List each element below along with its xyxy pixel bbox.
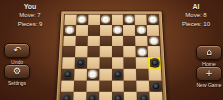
player-move-count-ai: Move: 8	[171, 11, 221, 20]
board-grid	[59, 14, 164, 100]
board-square[interactable]	[112, 92, 125, 100]
player-move-count-you: Move: 7	[6, 11, 54, 20]
board-square	[136, 57, 149, 68]
black-piece[interactable]	[138, 93, 148, 100]
new-game-button-label: New Game	[194, 82, 223, 88]
white-piece[interactable]	[113, 26, 122, 34]
board-square[interactable]	[64, 25, 76, 36]
board-square	[149, 92, 162, 100]
home-icon: ⌂	[206, 48, 212, 57]
game-stage: You Move: 7 Pieces: 9 AI Move: 8 Pieces:…	[0, 0, 223, 100]
board-square	[124, 46, 136, 57]
board-square[interactable]	[149, 80, 162, 92]
board-square	[99, 46, 111, 57]
board-square[interactable]	[63, 46, 76, 57]
board-square	[147, 25, 159, 36]
settings-button-label: Settings	[2, 80, 32, 86]
board-square	[137, 80, 150, 92]
board-square	[88, 15, 100, 25]
player-name-ai: AI	[171, 2, 221, 11]
board-square	[100, 25, 112, 36]
white-piece[interactable]	[65, 26, 75, 34]
board-square[interactable]	[123, 15, 135, 25]
player-piece-count-ai: Pieces: 10	[171, 20, 221, 29]
black-piece[interactable]	[63, 70, 73, 79]
board-square[interactable]	[61, 69, 74, 81]
settings-button-group: ⚙ Settings	[2, 64, 32, 86]
board-square[interactable]	[135, 25, 147, 36]
board-square[interactable]	[99, 57, 111, 68]
board-square	[74, 69, 87, 81]
board-square	[135, 15, 147, 25]
plus-icon: +	[205, 69, 213, 78]
board-square[interactable]	[123, 35, 135, 46]
white-piece[interactable]	[136, 26, 145, 34]
undo-icon: ↶	[13, 46, 21, 55]
board-square	[73, 92, 86, 100]
board-square[interactable]	[112, 69, 125, 81]
board-square[interactable]	[148, 57, 161, 68]
board-square[interactable]	[124, 80, 137, 92]
black-piece[interactable]	[113, 93, 123, 100]
player-name-you: You	[6, 2, 54, 11]
board-frame	[55, 11, 168, 100]
board-square	[99, 69, 112, 81]
white-piece[interactable]	[148, 16, 157, 24]
white-piece[interactable]	[137, 47, 147, 56]
board-square	[124, 92, 137, 100]
player-piece-count-you: Pieces: 9	[6, 20, 54, 29]
board-square	[87, 35, 99, 46]
board-square[interactable]	[87, 46, 99, 57]
board-square	[75, 46, 87, 57]
white-piece[interactable]	[88, 70, 98, 79]
board-square[interactable]	[146, 15, 158, 25]
white-piece[interactable]	[101, 16, 110, 24]
board-square[interactable]	[99, 80, 112, 92]
board-square[interactable]	[74, 80, 87, 92]
black-piece[interactable]	[76, 58, 86, 67]
board-square	[112, 57, 124, 68]
board-square	[123, 25, 135, 36]
player-panel-ai: AI Move: 8 Pieces: 10	[171, 2, 221, 29]
black-piece[interactable]	[62, 93, 72, 100]
home-button[interactable]: ⌂	[196, 45, 222, 60]
board-square	[149, 69, 162, 81]
new-game-button[interactable]: +	[196, 66, 222, 81]
board-square[interactable]	[86, 69, 99, 81]
board-square	[135, 35, 147, 46]
white-piece[interactable]	[149, 37, 159, 45]
board-square	[99, 92, 112, 100]
board-square	[62, 57, 75, 68]
board-square[interactable]	[99, 35, 111, 46]
home-button-group: ⌂ Home	[194, 45, 223, 67]
board-square[interactable]	[136, 69, 149, 81]
undo-button-group: ↶ Undo	[2, 43, 32, 65]
settings-button[interactable]: ⚙	[4, 64, 30, 79]
board-square[interactable]	[74, 57, 87, 68]
board-square[interactable]	[136, 46, 148, 57]
board-square	[124, 69, 137, 81]
black-piece[interactable]	[150, 58, 160, 67]
player-panel-you: You Move: 7 Pieces: 9	[6, 2, 54, 29]
board-square[interactable]	[60, 92, 73, 100]
board-square[interactable]	[137, 92, 150, 100]
board-square[interactable]	[75, 35, 87, 46]
black-piece[interactable]	[87, 93, 97, 100]
board-square[interactable]	[124, 57, 136, 68]
board-square	[64, 15, 76, 25]
board-square	[112, 35, 124, 46]
board-square	[61, 80, 74, 92]
board-square[interactable]	[112, 46, 124, 57]
new-game-button-group: + New Game	[194, 66, 223, 88]
gear-icon: ⚙	[13, 67, 21, 76]
board-square	[112, 15, 124, 25]
board-square	[87, 57, 99, 68]
undo-button[interactable]: ↶	[4, 43, 30, 58]
checkers-board	[55, 0, 168, 100]
board-square[interactable]	[147, 35, 159, 46]
white-piece[interactable]	[124, 16, 133, 24]
black-piece[interactable]	[113, 70, 123, 79]
board-square[interactable]	[86, 92, 99, 100]
board-square	[76, 25, 88, 36]
board-square	[63, 35, 75, 46]
white-piece[interactable]	[77, 16, 86, 24]
board-square	[148, 46, 161, 57]
board-square[interactable]	[100, 15, 112, 25]
board-square[interactable]	[88, 25, 100, 36]
board-square[interactable]	[76, 15, 88, 25]
board-square	[112, 80, 125, 92]
board-square[interactable]	[112, 25, 124, 36]
black-piece[interactable]	[150, 81, 160, 90]
board-square	[86, 80, 99, 92]
